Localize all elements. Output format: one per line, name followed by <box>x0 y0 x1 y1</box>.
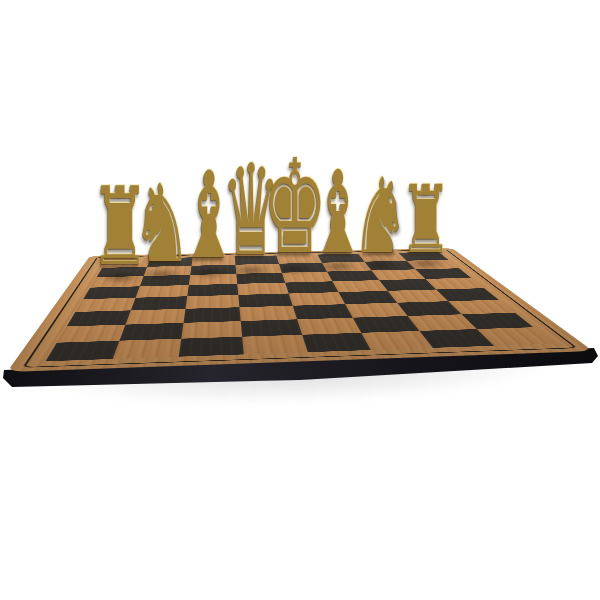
photo-stage: ♜♞♝♛♚♝♞♜ <box>0 0 600 600</box>
rook-glyph: ♜ <box>400 173 452 267</box>
pieces-layer: ♜♞♝♛♚♝♞♜ <box>0 0 600 600</box>
